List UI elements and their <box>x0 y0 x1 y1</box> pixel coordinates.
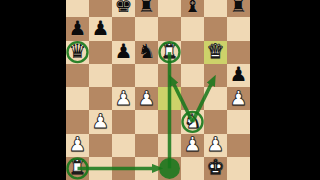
piece-white-pawn-f2[interactable]: ♟ <box>184 134 202 154</box>
square-a4[interactable] <box>66 87 89 110</box>
piece-white-pawn-d4[interactable]: ♟ <box>138 88 156 108</box>
square-f1[interactable] <box>181 157 204 180</box>
square-d8[interactable]: ♜ <box>135 0 158 17</box>
square-e3[interactable] <box>158 110 181 133</box>
square-h2[interactable] <box>227 134 250 157</box>
square-b6[interactable] <box>89 41 112 64</box>
right-letterbox-bar <box>250 0 320 180</box>
square-h4[interactable]: ♟ <box>227 87 250 110</box>
piece-black-bishop-f8[interactable]: ♝ <box>184 0 202 15</box>
square-g2[interactable]: ♟ <box>204 134 227 157</box>
square-a2[interactable]: ♟ <box>66 134 89 157</box>
piece-white-pawn-b3[interactable]: ♟ <box>92 111 110 131</box>
square-f3[interactable]: ♞ <box>181 110 204 133</box>
square-g3[interactable] <box>204 110 227 133</box>
square-b4[interactable] <box>89 87 112 110</box>
square-f2[interactable]: ♟ <box>181 134 204 157</box>
square-h1[interactable] <box>227 157 250 180</box>
square-d6[interactable]: ♞ <box>135 41 158 64</box>
square-h7[interactable] <box>227 17 250 40</box>
square-d7[interactable] <box>135 17 158 40</box>
square-g4[interactable] <box>204 87 227 110</box>
piece-white-knight-f3[interactable]: ♞ <box>184 111 202 131</box>
square-h6[interactable] <box>227 41 250 64</box>
square-b5[interactable] <box>89 64 112 87</box>
piece-white-queen-g6[interactable]: ♛ <box>207 41 225 61</box>
square-b7[interactable]: ♟ <box>89 17 112 40</box>
square-g5[interactable] <box>204 64 227 87</box>
square-f4[interactable] <box>181 87 204 110</box>
square-c4[interactable]: ♟ <box>112 87 135 110</box>
square-d3[interactable] <box>135 110 158 133</box>
square-c6[interactable]: ♟ <box>112 41 135 64</box>
square-b3[interactable]: ♟ <box>89 110 112 133</box>
square-g1[interactable]: ♚ <box>204 157 227 180</box>
piece-black-pawn-h5[interactable]: ♟ <box>230 64 248 84</box>
piece-white-pawn-h4[interactable]: ♟ <box>230 88 248 108</box>
square-c3[interactable] <box>112 110 135 133</box>
piece-white-rook-a1[interactable]: ♜ <box>69 157 87 177</box>
square-h5[interactable]: ♟ <box>227 64 250 87</box>
piece-black-pawn-a7[interactable]: ♟ <box>69 18 87 38</box>
square-g8[interactable] <box>204 0 227 17</box>
piece-black-pawn-b7[interactable]: ♟ <box>92 18 110 38</box>
square-g6[interactable]: ♛ <box>204 41 227 64</box>
square-a5[interactable] <box>66 64 89 87</box>
square-e8[interactable] <box>158 0 181 17</box>
piece-black-queen-a6[interactable]: ♛ <box>69 41 87 61</box>
square-c8[interactable]: ♚ <box>112 0 135 17</box>
piece-white-king-g1[interactable]: ♚ <box>207 157 225 177</box>
square-c5[interactable] <box>112 64 135 87</box>
square-f8[interactable]: ♝ <box>181 0 204 17</box>
square-c1[interactable] <box>112 157 135 180</box>
square-d2[interactable] <box>135 134 158 157</box>
square-a1[interactable]: ♜ <box>66 157 89 180</box>
square-b8[interactable] <box>89 0 112 17</box>
video-frame: ♚♜♝♜♟♟♛♟♞♜♛♟♟♟♟♟♞♟♟♟♜♚ <box>0 0 320 180</box>
square-d1[interactable] <box>135 157 158 180</box>
square-e2[interactable] <box>158 134 181 157</box>
square-e7[interactable] <box>158 17 181 40</box>
square-c7[interactable] <box>112 17 135 40</box>
left-letterbox-bar <box>0 0 66 180</box>
square-d4[interactable]: ♟ <box>135 87 158 110</box>
piece-white-pawn-a2[interactable]: ♟ <box>69 134 87 154</box>
piece-white-pawn-g2[interactable]: ♟ <box>207 134 225 154</box>
square-a3[interactable] <box>66 110 89 133</box>
square-a6[interactable]: ♛ <box>66 41 89 64</box>
square-a8[interactable] <box>66 0 89 17</box>
piece-black-rook-d8[interactable]: ♜ <box>138 0 156 15</box>
chess-board[interactable]: ♚♜♝♜♟♟♛♟♞♜♛♟♟♟♟♟♞♟♟♟♜♚ <box>66 0 250 180</box>
piece-black-knight-d6[interactable]: ♞ <box>138 41 156 61</box>
piece-black-king-c8[interactable]: ♚ <box>115 0 133 15</box>
square-h8[interactable]: ♜ <box>227 0 250 17</box>
square-b1[interactable] <box>89 157 112 180</box>
piece-black-pawn-c6[interactable]: ♟ <box>115 41 133 61</box>
square-a7[interactable]: ♟ <box>66 17 89 40</box>
square-e4[interactable] <box>158 87 181 110</box>
square-f7[interactable] <box>181 17 204 40</box>
square-d5[interactable] <box>135 64 158 87</box>
piece-white-pawn-c4[interactable]: ♟ <box>115 88 133 108</box>
square-e6[interactable]: ♜ <box>158 41 181 64</box>
square-b2[interactable] <box>89 134 112 157</box>
square-c2[interactable] <box>112 134 135 157</box>
square-e5[interactable] <box>158 64 181 87</box>
square-g7[interactable] <box>204 17 227 40</box>
square-e1[interactable] <box>158 157 181 180</box>
square-f5[interactable] <box>181 64 204 87</box>
piece-white-rook-e6[interactable]: ♜ <box>161 41 179 61</box>
square-h3[interactable] <box>227 110 250 133</box>
square-f6[interactable] <box>181 41 204 64</box>
piece-black-rook-h8[interactable]: ♜ <box>230 0 248 15</box>
